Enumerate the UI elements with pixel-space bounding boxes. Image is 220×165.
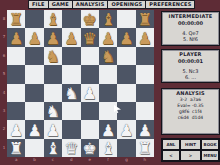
file-labels: abcdefgh [7, 156, 154, 164]
square-f7[interactable]: ♟ [99, 28, 117, 46]
square-e1[interactable]: ♚ [81, 139, 99, 157]
square-b7[interactable]: ♟ [25, 28, 43, 46]
square-b2[interactable]: ♟ [25, 120, 43, 138]
square-g7[interactable]: ♟ [117, 28, 135, 46]
square-c3[interactable]: ♞ [44, 102, 62, 120]
white-pawn: ♟ [136, 122, 154, 140]
file-label-f: f [99, 156, 117, 164]
black-pawn: ♟ [7, 30, 25, 48]
player-move-2: 6. ... [162, 74, 219, 80]
black-rook: ♜ [7, 11, 25, 29]
square-h7[interactable]: ♟ [136, 28, 154, 46]
square-f2[interactable]: ♟ [99, 120, 117, 138]
square-h3[interactable] [136, 102, 154, 120]
square-a3[interactable] [7, 102, 25, 120]
square-a7[interactable]: ♟ [7, 28, 25, 46]
forward-button[interactable]: > [180, 150, 201, 161]
black-pawn: ♟ [25, 30, 43, 48]
square-a5[interactable] [7, 65, 25, 83]
square-e4[interactable]: ♟ [81, 84, 99, 102]
square-h5[interactable] [136, 65, 154, 83]
square-b6[interactable] [25, 47, 43, 65]
black-king: ♚ [81, 11, 99, 29]
square-d6[interactable] [62, 47, 80, 65]
black-pawn: ♟ [117, 30, 135, 48]
opponent-level-label: INTERMEDIATE [162, 12, 219, 20]
file-label-a: a [7, 156, 25, 164]
square-a6[interactable] [7, 47, 25, 65]
square-b5[interactable] [25, 65, 43, 83]
analysis-variation-line-2: c6d4 d1d4 [162, 115, 219, 121]
menu-analysis[interactable]: ANALYSIS [73, 0, 109, 9]
square-d7[interactable]: ♟ [62, 28, 80, 46]
black-pawn: ♟ [62, 30, 80, 48]
square-h2[interactable]: ♟ [136, 120, 154, 138]
square-f4[interactable] [99, 84, 117, 102]
square-g2[interactable]: ♟ [117, 120, 135, 138]
square-d2[interactable] [62, 120, 80, 138]
square-e3[interactable] [81, 102, 99, 120]
square-e5[interactable] [81, 65, 99, 83]
opponent-clock-panel: INTERMEDIATE 00:00:00 4. Qe7 5. Nf6 [161, 11, 220, 46]
square-c6[interactable]: ♞ [44, 47, 62, 65]
file-label-b: b [25, 156, 43, 164]
square-h1[interactable]: ♜ [136, 139, 154, 157]
opponent-move-2: 5. Nf6 [162, 36, 219, 42]
square-b8[interactable] [25, 10, 43, 28]
menu-preferences[interactable]: PREFERENCES [146, 0, 195, 9]
chess-app-window: FILE GAME ANALYSIS OPENINGS PREFERENCES … [0, 0, 220, 165]
square-e8[interactable]: ♚ [81, 10, 99, 28]
player-label: PLAYER [162, 50, 219, 58]
square-g5[interactable] [117, 65, 135, 83]
square-f5[interactable] [99, 65, 117, 83]
black-knight: ♞ [44, 48, 62, 66]
white-knight: ♞ [62, 85, 80, 103]
menu-file[interactable]: FILE [28, 0, 49, 9]
black-pawn: ♟ [136, 30, 154, 48]
square-c7[interactable]: ♟ [44, 28, 62, 46]
menu-button[interactable]: MENU [201, 150, 219, 161]
square-d8[interactable] [62, 10, 80, 28]
square-d5[interactable] [62, 65, 80, 83]
black-knight: ♞ [99, 48, 117, 66]
square-c8[interactable]: ♝ [44, 10, 62, 28]
menu-game[interactable]: GAME [49, 0, 73, 9]
square-g1[interactable] [117, 139, 135, 157]
back-button[interactable]: < [162, 150, 180, 161]
square-g3[interactable] [117, 102, 135, 120]
square-g6[interactable] [117, 47, 135, 65]
square-d4[interactable]: ♞ [62, 84, 80, 102]
square-f6[interactable]: ♞ [99, 47, 117, 65]
black-rook: ♜ [136, 11, 154, 29]
black-queen: ♛ [81, 30, 99, 48]
white-pawn: ♟ [25, 122, 43, 140]
analysis-panel: ANALYSIS 3-2 a7a6 Eval= -0.35 g8f6 c1f4 … [161, 88, 220, 135]
square-a8[interactable]: ♜ [7, 10, 25, 28]
menu-bar: FILE GAME ANALYSIS OPENINGS PREFERENCES [28, 0, 195, 9]
square-a2[interactable]: ♟ [7, 120, 25, 138]
square-e6[interactable] [81, 47, 99, 65]
white-knight: ♞ [44, 103, 62, 121]
black-bishop: ♝ [99, 11, 117, 29]
white-pawn: ♟ [117, 122, 135, 140]
square-e7[interactable]: ♛ [81, 28, 99, 46]
book-button[interactable]: BOOK [201, 139, 219, 150]
square-f8[interactable]: ♝ [99, 10, 117, 28]
square-d3[interactable] [62, 102, 80, 120]
square-g8[interactable] [117, 10, 135, 28]
square-c4[interactable] [44, 84, 62, 102]
white-pawn: ♟ [81, 85, 99, 103]
square-c5[interactable] [44, 65, 62, 83]
player-clock-time: 00:00:01 [162, 58, 219, 65]
anl-button[interactable]: ANL [162, 139, 180, 150]
square-b3[interactable] [25, 102, 43, 120]
square-f1[interactable]: ♝ [99, 139, 117, 157]
chess-board: ♜♝♚♝♜♟♟♟♟♛♟♟♟♞♞♞♟♞♟♟♟♟♟♟♜♝♛♚♝♜ [7, 10, 154, 157]
file-label-h: h [136, 156, 154, 164]
square-b4[interactable] [25, 84, 43, 102]
square-e2[interactable] [81, 120, 99, 138]
square-d1[interactable]: ♛ [62, 139, 80, 157]
square-a1[interactable]: ♜ [7, 139, 25, 157]
control-buttons-panel: ANL HINT BOOK < > MENU [161, 138, 220, 162]
file-label-c: c [44, 156, 62, 164]
white-pawn: ♟ [7, 122, 25, 140]
square-c2[interactable]: ♟ [44, 120, 62, 138]
square-h8[interactable]: ♜ [136, 10, 154, 28]
opponent-clock-time: 00:00:00 [162, 20, 219, 27]
white-pawn: ♟ [44, 122, 62, 140]
square-h4[interactable] [136, 84, 154, 102]
square-h6[interactable] [136, 47, 154, 65]
square-a4[interactable] [7, 84, 25, 102]
hint-button[interactable]: HINT [180, 139, 201, 150]
analysis-title: ANALYSIS [162, 89, 219, 97]
black-bishop: ♝ [44, 11, 62, 29]
square-b1[interactable] [25, 139, 43, 157]
file-label-e: e [81, 156, 99, 164]
file-label-d: d [62, 156, 80, 164]
square-g4[interactable] [117, 84, 135, 102]
player-clock-panel: PLAYER 00:00:01 5. Nc3 6. ... [161, 49, 220, 83]
menu-openings[interactable]: OPENINGS [108, 0, 146, 9]
black-pawn: ♟ [99, 30, 117, 48]
black-pawn: ♟ [44, 30, 62, 48]
file-label-g: g [117, 156, 135, 164]
white-pawn: ♟ [99, 122, 117, 140]
square-c1[interactable]: ♝ [44, 139, 62, 157]
